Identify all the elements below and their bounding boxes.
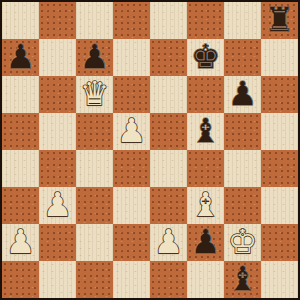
square-g8[interactable] [224,2,261,39]
piece-white-pawn[interactable]: ♟ [6,225,36,258]
square-d3[interactable] [113,187,150,224]
chess-app: ♜♟♟♚♛♟♟♝♟♝♟♟♟♚♝ [0,0,300,300]
square-d5[interactable]: ♟ [113,113,150,150]
square-e5[interactable] [150,113,187,150]
piece-black-bishop[interactable]: ♝ [228,262,258,295]
square-a6[interactable] [2,76,39,113]
piece-black-pawn[interactable]: ♟ [80,40,110,73]
square-b5[interactable] [39,113,76,150]
square-b8[interactable] [39,2,76,39]
square-g6[interactable]: ♟ [224,76,261,113]
square-c6[interactable]: ♛ [76,76,113,113]
square-h4[interactable] [261,150,298,187]
square-d7[interactable] [113,39,150,76]
square-c7[interactable]: ♟ [76,39,113,76]
square-h3[interactable] [261,187,298,224]
piece-black-rook[interactable]: ♜ [265,3,295,36]
square-h8[interactable]: ♜ [261,2,298,39]
square-a7[interactable]: ♟ [2,39,39,76]
square-e7[interactable] [150,39,187,76]
square-a5[interactable] [2,113,39,150]
square-c3[interactable] [76,187,113,224]
piece-white-pawn[interactable]: ♟ [117,114,147,147]
square-b2[interactable] [39,224,76,261]
square-g2[interactable]: ♚ [224,224,261,261]
square-f3[interactable]: ♝ [187,187,224,224]
square-c4[interactable] [76,150,113,187]
square-a2[interactable]: ♟ [2,224,39,261]
square-h7[interactable] [261,39,298,76]
square-b1[interactable] [39,261,76,298]
square-g7[interactable] [224,39,261,76]
square-e8[interactable] [150,2,187,39]
piece-white-pawn[interactable]: ♟ [154,225,184,258]
square-h2[interactable] [261,224,298,261]
piece-black-bishop[interactable]: ♝ [191,114,221,147]
square-f8[interactable] [187,2,224,39]
square-e2[interactable]: ♟ [150,224,187,261]
square-b7[interactable] [39,39,76,76]
piece-white-queen[interactable]: ♛ [80,77,110,110]
square-f5[interactable]: ♝ [187,113,224,150]
square-f1[interactable] [187,261,224,298]
square-h1[interactable] [261,261,298,298]
square-c8[interactable] [76,2,113,39]
piece-black-pawn[interactable]: ♟ [6,40,36,73]
piece-black-pawn[interactable]: ♟ [191,225,221,258]
square-e3[interactable] [150,187,187,224]
square-d6[interactable] [113,76,150,113]
square-g1[interactable]: ♝ [224,261,261,298]
piece-white-bishop[interactable]: ♝ [191,188,221,221]
square-c1[interactable] [76,261,113,298]
square-a8[interactable] [2,2,39,39]
square-h6[interactable] [261,76,298,113]
square-d4[interactable] [113,150,150,187]
square-a3[interactable] [2,187,39,224]
piece-white-pawn[interactable]: ♟ [43,188,73,221]
square-b4[interactable] [39,150,76,187]
square-f2[interactable]: ♟ [187,224,224,261]
piece-black-pawn[interactable]: ♟ [228,77,258,110]
square-c5[interactable] [76,113,113,150]
square-e6[interactable] [150,76,187,113]
square-b6[interactable] [39,76,76,113]
chess-board: ♜♟♟♚♛♟♟♝♟♝♟♟♟♚♝ [0,0,300,300]
square-a4[interactable] [2,150,39,187]
square-g5[interactable] [224,113,261,150]
square-d2[interactable] [113,224,150,261]
square-a1[interactable] [2,261,39,298]
square-f7[interactable]: ♚ [187,39,224,76]
square-d1[interactable] [113,261,150,298]
square-e1[interactable] [150,261,187,298]
square-e4[interactable] [150,150,187,187]
piece-white-king[interactable]: ♚ [228,225,258,258]
square-f6[interactable] [187,76,224,113]
square-g4[interactable] [224,150,261,187]
square-b3[interactable]: ♟ [39,187,76,224]
piece-black-king[interactable]: ♚ [191,40,221,73]
square-h5[interactable] [261,113,298,150]
square-g3[interactable] [224,187,261,224]
square-f4[interactable] [187,150,224,187]
square-d8[interactable] [113,2,150,39]
square-c2[interactable] [76,224,113,261]
